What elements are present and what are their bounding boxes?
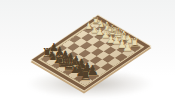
white-pawn-a2[interactable]: ♟ (122, 42, 132, 54)
product-photo-stage: ♜♞♝♛♚♝♞♜♟♟♟♟♟♟♟♟♟♟♟♟♟♟♟♟♜♞♝♛♚♝♞♜ (0, 0, 175, 105)
black-rook-a8[interactable]: ♜ (79, 68, 92, 83)
